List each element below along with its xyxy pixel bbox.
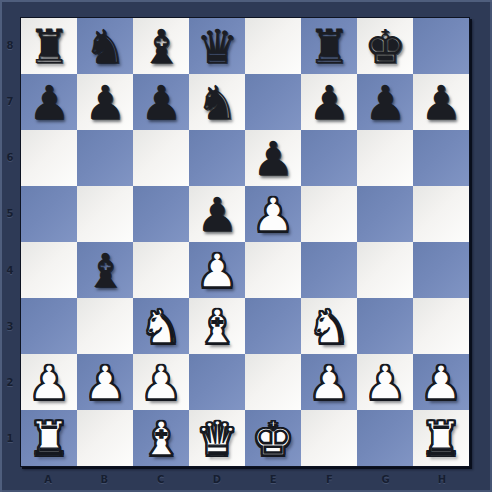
file-label-a: A xyxy=(20,467,76,492)
rank-label-3: 3 xyxy=(0,298,20,354)
square-b2[interactable]: ♟ xyxy=(77,354,133,410)
black-rook[interactable]: ♜ xyxy=(301,18,357,74)
black-pawn[interactable]: ♟ xyxy=(245,130,301,186)
white-pawn[interactable]: ♟ xyxy=(245,186,301,242)
square-f7[interactable]: ♟ xyxy=(301,74,357,130)
white-pawn[interactable]: ♟ xyxy=(301,354,357,410)
white-knight[interactable]: ♞ xyxy=(301,298,357,354)
square-a2[interactable]: ♟ xyxy=(21,354,77,410)
square-c7[interactable]: ♟ xyxy=(133,74,189,130)
white-pawn[interactable]: ♟ xyxy=(357,354,413,410)
square-b1[interactable] xyxy=(77,410,133,466)
square-h7[interactable]: ♟ xyxy=(413,74,469,130)
white-pawn[interactable]: ♟ xyxy=(189,242,245,298)
black-pawn[interactable]: ♟ xyxy=(357,74,413,130)
square-c1[interactable]: ♝ xyxy=(133,410,189,466)
black-bishop[interactable]: ♝ xyxy=(133,18,189,74)
file-label-b: B xyxy=(76,467,132,492)
square-a6[interactable] xyxy=(21,130,77,186)
black-pawn[interactable]: ♟ xyxy=(77,74,133,130)
rank-label-4: 4 xyxy=(0,242,20,298)
rank-label-1: 1 xyxy=(0,411,20,467)
square-d1[interactable]: ♛ xyxy=(189,410,245,466)
black-pawn[interactable]: ♟ xyxy=(413,74,469,130)
black-rook[interactable]: ♜ xyxy=(21,18,77,74)
square-b3[interactable] xyxy=(77,298,133,354)
square-a8[interactable]: ♜ xyxy=(21,18,77,74)
square-h5[interactable] xyxy=(413,186,469,242)
square-c8[interactable]: ♝ xyxy=(133,18,189,74)
square-c2[interactable]: ♟ xyxy=(133,354,189,410)
square-d8[interactable]: ♛ xyxy=(189,18,245,74)
file-label-c: C xyxy=(133,467,189,492)
square-a1[interactable]: ♜ xyxy=(21,410,77,466)
square-g6[interactable] xyxy=(357,130,413,186)
square-a5[interactable] xyxy=(21,186,77,242)
white-bishop[interactable]: ♝ xyxy=(133,410,189,466)
rank-labels: 87654321 xyxy=(0,17,20,467)
white-pawn[interactable]: ♟ xyxy=(77,354,133,410)
square-b8[interactable]: ♞ xyxy=(77,18,133,74)
square-f2[interactable]: ♟ xyxy=(301,354,357,410)
black-king[interactable]: ♚ xyxy=(357,18,413,74)
file-labels: ABCDEFGH xyxy=(20,467,470,492)
square-g2[interactable]: ♟ xyxy=(357,354,413,410)
square-e8[interactable] xyxy=(245,18,301,74)
square-d6[interactable] xyxy=(189,130,245,186)
square-d2[interactable] xyxy=(189,354,245,410)
black-pawn[interactable]: ♟ xyxy=(189,186,245,242)
square-c6[interactable] xyxy=(133,130,189,186)
file-label-d: D xyxy=(189,467,245,492)
rank-label-7: 7 xyxy=(0,73,20,129)
white-knight[interactable]: ♞ xyxy=(133,298,189,354)
square-e5[interactable]: ♟ xyxy=(245,186,301,242)
rank-label-2: 2 xyxy=(0,355,20,411)
white-pawn[interactable]: ♟ xyxy=(21,354,77,410)
rank-label-8: 8 xyxy=(0,17,20,73)
square-f6[interactable] xyxy=(301,130,357,186)
square-g5[interactable] xyxy=(357,186,413,242)
square-d3[interactable]: ♝ xyxy=(189,298,245,354)
square-f1[interactable] xyxy=(301,410,357,466)
square-a3[interactable] xyxy=(21,298,77,354)
white-pawn[interactable]: ♟ xyxy=(133,354,189,410)
square-e3[interactable] xyxy=(245,298,301,354)
square-d7[interactable]: ♞ xyxy=(189,74,245,130)
file-label-g: G xyxy=(358,467,414,492)
square-h8[interactable] xyxy=(413,18,469,74)
square-g7[interactable]: ♟ xyxy=(357,74,413,130)
white-bishop[interactable]: ♝ xyxy=(189,298,245,354)
square-d5[interactable]: ♟ xyxy=(189,186,245,242)
square-f3[interactable]: ♞ xyxy=(301,298,357,354)
square-g8[interactable]: ♚ xyxy=(357,18,413,74)
black-queen[interactable]: ♛ xyxy=(189,18,245,74)
black-knight[interactable]: ♞ xyxy=(77,18,133,74)
square-e2[interactable] xyxy=(245,354,301,410)
black-pawn[interactable]: ♟ xyxy=(301,74,357,130)
file-label-f: F xyxy=(301,467,357,492)
black-bishop[interactable]: ♝ xyxy=(77,242,133,298)
square-h4[interactable] xyxy=(413,242,469,298)
square-b7[interactable]: ♟ xyxy=(77,74,133,130)
rank-label-5: 5 xyxy=(0,186,20,242)
square-g1[interactable] xyxy=(357,410,413,466)
square-c5[interactable] xyxy=(133,186,189,242)
square-h2[interactable]: ♟ xyxy=(413,354,469,410)
square-f8[interactable]: ♜ xyxy=(301,18,357,74)
square-b5[interactable] xyxy=(77,186,133,242)
white-pawn[interactable]: ♟ xyxy=(413,354,469,410)
square-d4[interactable]: ♟ xyxy=(189,242,245,298)
black-pawn[interactable]: ♟ xyxy=(133,74,189,130)
chessboard-frame: 87654321 ♜♞♝♛♜♚♟♟♟♞♟♟♟♟♟♟♝♟♞♝♞♟♟♟♟♟♟♜♝♛♚… xyxy=(0,0,492,492)
rank-label-6: 6 xyxy=(0,130,20,186)
chess-board[interactable]: ♜♞♝♛♜♚♟♟♟♞♟♟♟♟♟♟♝♟♞♝♞♟♟♟♟♟♟♜♝♛♚♜ xyxy=(20,17,470,467)
white-king[interactable]: ♚ xyxy=(245,410,301,466)
square-f4[interactable] xyxy=(301,242,357,298)
square-f5[interactable] xyxy=(301,186,357,242)
square-b4[interactable]: ♝ xyxy=(77,242,133,298)
square-g3[interactable] xyxy=(357,298,413,354)
black-pawn[interactable]: ♟ xyxy=(21,74,77,130)
square-e6[interactable]: ♟ xyxy=(245,130,301,186)
square-a4[interactable] xyxy=(21,242,77,298)
square-h6[interactable] xyxy=(413,130,469,186)
square-b6[interactable] xyxy=(77,130,133,186)
square-h3[interactable] xyxy=(413,298,469,354)
white-rook[interactable]: ♜ xyxy=(413,410,469,466)
white-rook[interactable]: ♜ xyxy=(21,410,77,466)
square-a7[interactable]: ♟ xyxy=(21,74,77,130)
file-label-e: E xyxy=(245,467,301,492)
square-c3[interactable]: ♞ xyxy=(133,298,189,354)
square-c4[interactable] xyxy=(133,242,189,298)
square-g4[interactable] xyxy=(357,242,413,298)
square-h1[interactable]: ♜ xyxy=(413,410,469,466)
square-e1[interactable]: ♚ xyxy=(245,410,301,466)
white-queen[interactable]: ♛ xyxy=(189,410,245,466)
black-knight[interactable]: ♞ xyxy=(189,74,245,130)
file-label-h: H xyxy=(414,467,470,492)
square-e7[interactable] xyxy=(245,74,301,130)
square-e4[interactable] xyxy=(245,242,301,298)
